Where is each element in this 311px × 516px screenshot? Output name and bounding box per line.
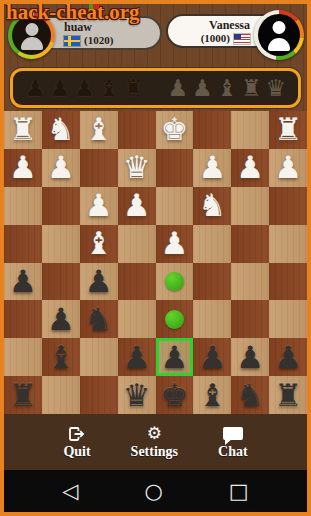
watermark-text: hack-cheat.org (6, 0, 140, 25)
square-h3[interactable] (269, 187, 307, 225)
ghost-piece-icon: ♝ (216, 77, 237, 100)
gear-icon: ⚙ (147, 425, 162, 442)
watermark-badge-red (93, 4, 99, 9)
player-rating-right: (1000) (201, 32, 230, 45)
square-b3[interactable] (42, 187, 80, 225)
square-e6[interactable] (156, 300, 194, 338)
white-rook: ♜ (9, 114, 37, 145)
avatar-right[interactable] (254, 10, 304, 60)
square-f7[interactable]: ♟ (193, 338, 231, 376)
avatar-right-core (258, 14, 300, 56)
captured-light-pieces: ♟♟♝♜♛ (164, 77, 291, 100)
black-pawn: ♟ (85, 266, 113, 297)
usa-flag-icon (234, 34, 250, 44)
black-pawn: ♟ (47, 304, 75, 335)
chess-board[interactable]: ♜♞♝♚♜♟♟♛♟♟♟♟♟♞♝♟♟♟♟♞♝♟♟♟♟♟♜♛♚♝♞♜ (4, 111, 307, 414)
square-g4[interactable] (231, 225, 269, 263)
white-pawn: ♟ (236, 152, 264, 183)
ghost-piece-icon: ♜ (241, 77, 262, 100)
square-a3[interactable] (4, 187, 42, 225)
square-d4[interactable] (118, 225, 156, 263)
square-b1[interactable]: ♞ (42, 111, 80, 149)
black-pawn: ♟ (274, 342, 302, 373)
square-c5[interactable]: ♟ (80, 263, 118, 301)
square-c3[interactable]: ♟ (80, 187, 118, 225)
square-d7[interactable]: ♟ (118, 338, 156, 376)
ghost-piece-icon: ♝ (98, 77, 119, 100)
white-queen: ♛ (123, 152, 151, 183)
captured-pieces-tray: ♟♟♟♝♜ ♟♟♝♜♛ (10, 68, 301, 108)
android-nav-bar: ◁ ○ □ (4, 470, 307, 512)
square-e5[interactable] (156, 263, 194, 301)
square-d3[interactable]: ♟ (118, 187, 156, 225)
white-knight: ♞ (47, 114, 75, 145)
square-b5[interactable] (42, 263, 80, 301)
chat-label: Chat (218, 445, 248, 459)
ghost-piece-icon: ♟ (25, 77, 46, 100)
square-a8[interactable]: ♜ (4, 376, 42, 414)
square-c6[interactable]: ♞ (80, 300, 118, 338)
square-g8[interactable]: ♞ (231, 376, 269, 414)
square-c4[interactable]: ♝ (80, 225, 118, 263)
captured-dark-pieces: ♟♟♟♝♜ (21, 77, 148, 100)
square-d2[interactable]: ♛ (118, 149, 156, 187)
square-g1[interactable] (231, 111, 269, 149)
square-g3[interactable] (231, 187, 269, 225)
white-pawn: ♟ (123, 190, 151, 221)
square-d8[interactable]: ♛ (118, 376, 156, 414)
square-f1[interactable] (193, 111, 231, 149)
quit-label: Quit (63, 445, 90, 459)
black-pawn: ♟ (236, 342, 264, 373)
square-a4[interactable] (4, 225, 42, 263)
chat-button[interactable]: Chat (218, 425, 248, 459)
square-g7[interactable]: ♟ (231, 338, 269, 376)
sweden-flag-icon (64, 36, 80, 46)
square-h4[interactable] (269, 225, 307, 263)
player-name-right: Vanessa (176, 19, 250, 32)
white-bishop: ♝ (85, 228, 113, 259)
white-rook: ♜ (274, 114, 302, 145)
square-c8[interactable] (80, 376, 118, 414)
black-rook: ♜ (274, 380, 302, 411)
square-a2[interactable]: ♟ (4, 149, 42, 187)
square-e4[interactable]: ♟ (156, 225, 194, 263)
person-icon (273, 21, 286, 34)
square-f3[interactable]: ♞ (193, 187, 231, 225)
square-a6[interactable] (4, 300, 42, 338)
square-f2[interactable]: ♟ (193, 149, 231, 187)
person-icon (268, 38, 290, 51)
black-bishop: ♝ (198, 380, 226, 411)
square-c1[interactable]: ♝ (80, 111, 118, 149)
square-b2[interactable]: ♟ (42, 149, 80, 187)
logout-icon (68, 425, 85, 442)
square-c2[interactable] (80, 149, 118, 187)
white-pawn: ♟ (161, 228, 189, 259)
square-d6[interactable] (118, 300, 156, 338)
ghost-piece-icon: ♟ (167, 77, 188, 100)
square-c7[interactable] (80, 338, 118, 376)
square-f4[interactable] (193, 225, 231, 263)
square-h2[interactable]: ♟ (269, 149, 307, 187)
square-e3[interactable] (156, 187, 194, 225)
square-a7[interactable] (4, 338, 42, 376)
square-h5[interactable] (269, 263, 307, 301)
settings-label: Settings (131, 445, 178, 459)
selected-square-e7[interactable]: ♟ (156, 338, 194, 376)
white-king: ♚ (161, 114, 189, 145)
white-bishop: ♝ (85, 114, 113, 145)
ghost-piece-icon: ♟ (49, 77, 70, 100)
square-e1[interactable]: ♚ (156, 111, 194, 149)
ghost-piece-icon: ♟ (192, 77, 213, 100)
white-pawn: ♟ (274, 152, 302, 183)
square-b6[interactable]: ♟ (42, 300, 80, 338)
settings-button[interactable]: ⚙ Settings (131, 425, 178, 459)
square-b8[interactable] (42, 376, 80, 414)
ghost-piece-icon: ♟ (74, 77, 95, 100)
black-pawn: ♟ (123, 342, 151, 373)
square-e2[interactable] (156, 149, 194, 187)
square-d5[interactable] (118, 263, 156, 301)
black-knight: ♞ (85, 304, 113, 335)
square-g6[interactable] (231, 300, 269, 338)
white-pawn: ♟ (47, 152, 75, 183)
white-pawn: ♟ (198, 152, 226, 183)
white-knight: ♞ (198, 190, 226, 221)
black-knight: ♞ (236, 380, 264, 411)
recents-icon[interactable]: □ (229, 481, 249, 502)
chat-bubble-icon (223, 425, 243, 442)
white-pawn: ♟ (85, 190, 113, 221)
square-e8[interactable]: ♚ (156, 376, 194, 414)
square-b7[interactable]: ♝ (42, 338, 80, 376)
black-rook: ♜ (9, 380, 37, 411)
back-icon[interactable]: ◁ (62, 481, 78, 502)
legal-move-dot-e6[interactable] (165, 310, 184, 329)
player-rating-left: (1020) (84, 34, 113, 47)
black-queen: ♛ (123, 380, 151, 411)
chess-app-screen: hack-cheat.org huaw (1020) Vanessa (1000… (0, 0, 311, 516)
quit-button[interactable]: Quit (63, 425, 90, 459)
square-b4[interactable] (42, 225, 80, 263)
ghost-piece-icon: ♜ (123, 77, 144, 100)
square-f8[interactable]: ♝ (193, 376, 231, 414)
white-pawn: ♟ (9, 152, 37, 183)
black-king: ♚ (161, 380, 189, 411)
square-a1[interactable]: ♜ (4, 111, 42, 149)
square-g2[interactable]: ♟ (231, 149, 269, 187)
square-d1[interactable] (118, 111, 156, 149)
square-h6[interactable] (269, 300, 307, 338)
ghost-piece-icon: ♛ (265, 77, 286, 100)
black-pawn: ♟ (9, 266, 37, 297)
black-pawn: ♟ (198, 342, 226, 373)
square-f6[interactable] (193, 300, 231, 338)
home-icon[interactable]: ○ (144, 481, 162, 502)
action-bar: Quit ⚙ Settings Chat (4, 414, 307, 470)
square-h8[interactable]: ♜ (269, 376, 307, 414)
square-h7[interactable]: ♟ (269, 338, 307, 376)
square-a5[interactable]: ♟ (4, 263, 42, 301)
legal-move-dot-e5[interactable] (165, 272, 184, 291)
person-icon (21, 37, 43, 50)
black-bishop: ♝ (47, 342, 75, 373)
square-h1[interactable]: ♜ (269, 111, 307, 149)
black-pawn: ♟ (161, 342, 189, 373)
square-g5[interactable] (231, 263, 269, 301)
square-f5[interactable] (193, 263, 231, 301)
